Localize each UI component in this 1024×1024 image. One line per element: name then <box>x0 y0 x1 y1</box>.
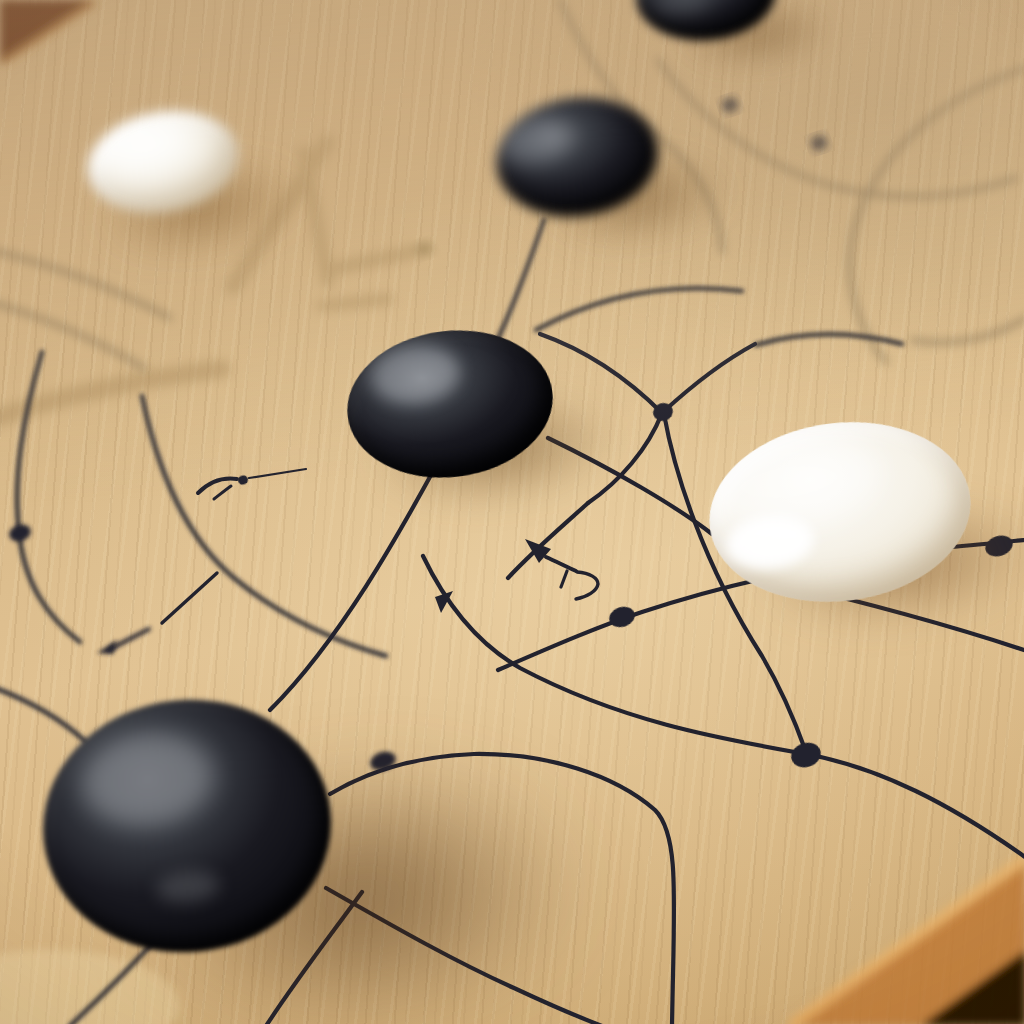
stone-highlight <box>77 727 218 831</box>
stone-highlight <box>653 0 711 19</box>
stone-highlight <box>367 340 464 409</box>
stone-highlight <box>496 114 573 168</box>
stone-highlight <box>154 868 220 905</box>
stones-layer <box>0 0 1024 1024</box>
stone-highlight <box>91 113 192 179</box>
board-photo <box>0 0 1024 1024</box>
